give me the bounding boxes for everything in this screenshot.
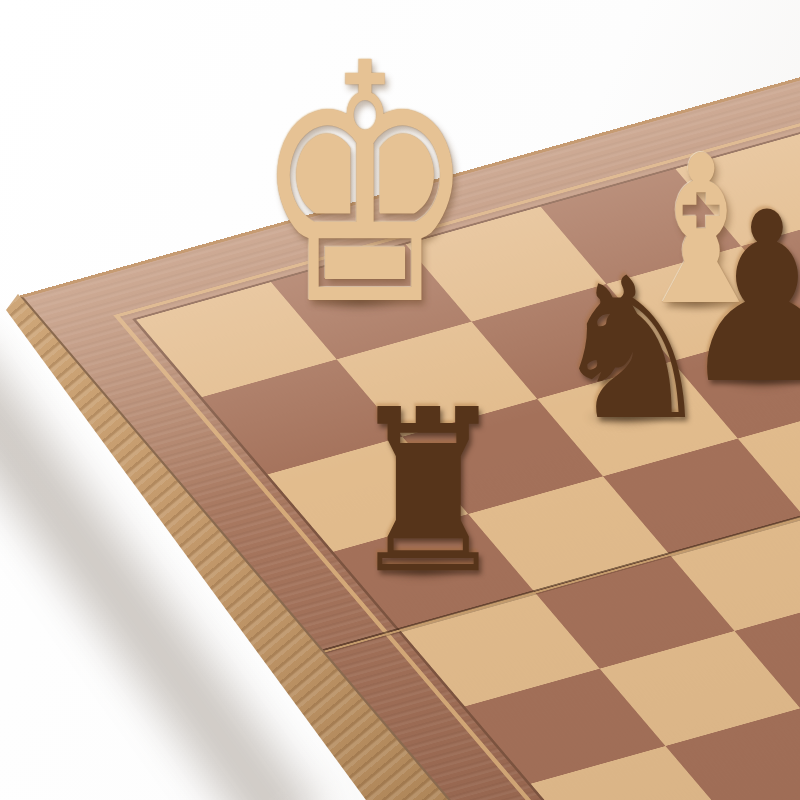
black-pawn-piece: ♟ bbox=[677, 181, 800, 416]
chessboard-photo-scene: ♚ ♝ ♞ ♟ ♜ bbox=[0, 0, 800, 800]
white-king-piece: ♚ bbox=[253, 21, 478, 351]
black-rook-piece: ♜ bbox=[347, 380, 508, 605]
